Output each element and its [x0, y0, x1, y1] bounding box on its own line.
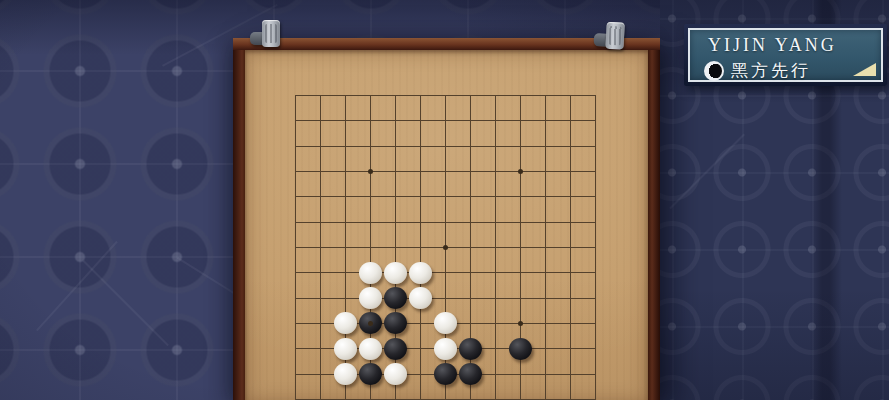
black-stone: [434, 363, 457, 385]
white-stone: [334, 312, 357, 334]
wall-pattern-line: [83, 260, 169, 346]
star-point: [368, 169, 373, 174]
clip-head-icon: [262, 20, 280, 47]
black-stone: [384, 338, 407, 360]
white-stone: [384, 262, 407, 284]
star-point: [518, 169, 523, 174]
go-grid[interactable]: [295, 95, 596, 400]
wall-pattern-line: [669, 134, 745, 210]
black-stone: [359, 363, 382, 385]
white-stone: [434, 312, 457, 334]
white-stone: [359, 338, 382, 360]
game-scene: YIJIN YANG 黑方先行: [0, 0, 889, 400]
star-point: [518, 321, 523, 326]
white-stone: [434, 338, 457, 360]
star-point: [368, 321, 373, 326]
player-sign[interactable]: YIJIN YANG 黑方先行: [684, 24, 887, 86]
white-stone: [334, 363, 357, 385]
board-surface: [245, 50, 648, 400]
black-stone: [384, 312, 407, 334]
player-sign-panel: YIJIN YANG 黑方先行: [688, 28, 883, 82]
white-stone: [359, 262, 382, 284]
white-stone: [409, 262, 432, 284]
go-board: [233, 38, 660, 400]
white-stone: [409, 287, 432, 309]
black-stone: [459, 338, 482, 360]
black-stone: [509, 338, 532, 360]
clip-head-icon: [605, 22, 624, 50]
board-clip-right: [593, 19, 631, 57]
wall-pattern-line: [36, 241, 118, 332]
star-point: [443, 245, 448, 250]
stones-layer: [283, 83, 608, 400]
black-stone-icon: [704, 61, 724, 81]
white-stone: [359, 287, 382, 309]
black-stone: [459, 363, 482, 385]
black-stone: [384, 287, 407, 309]
sign-title: YIJIN YANG: [708, 35, 881, 56]
corner-triangle-icon: [853, 63, 876, 76]
white-stone: [334, 338, 357, 360]
board-clip-left: [250, 18, 286, 54]
sign-subtitle: 黑方先行: [731, 59, 811, 82]
white-stone: [384, 363, 407, 385]
